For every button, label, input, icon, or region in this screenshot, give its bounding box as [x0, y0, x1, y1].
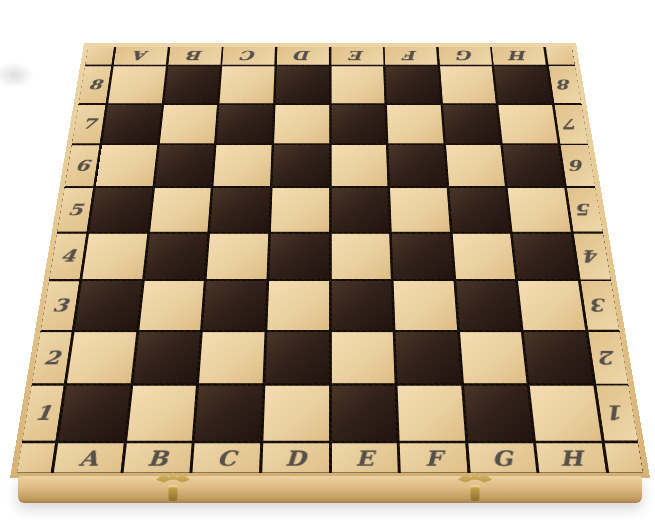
square-c6[interactable]: [214, 145, 272, 186]
file-label-bottom-e: E: [331, 443, 397, 472]
square-h4[interactable]: [513, 233, 578, 279]
square-f6[interactable]: [389, 145, 447, 186]
square-h5[interactable]: [508, 188, 571, 231]
file-label-bottom-h: H: [536, 443, 606, 472]
rank-label-right-6: 6: [560, 145, 595, 186]
square-e4[interactable]: [331, 233, 391, 279]
square-h1[interactable]: ♜: [530, 386, 601, 441]
board-front-edge: [18, 476, 642, 503]
square-e6[interactable]: [331, 145, 387, 186]
square-d4[interactable]: [269, 233, 329, 279]
square-f4[interactable]: [392, 233, 453, 279]
square-h7[interactable]: ♟: [499, 105, 558, 144]
file-label-bottom-c: C: [193, 443, 261, 472]
square-g6[interactable]: [446, 145, 505, 186]
square-f5[interactable]: [390, 188, 450, 231]
square-h6[interactable]: [503, 145, 564, 186]
background-smudge: [0, 62, 34, 88]
frame-corner-bottom-right: [605, 443, 643, 472]
file-label-bottom-d: D: [262, 443, 328, 472]
rank-label-right-5: 5: [567, 188, 603, 231]
chess-board: ABCDEFGH8♜♞♝♛♚♝♞♜87♟♟♟♟♟♟♟♟7665544332♟♟♟…: [10, 43, 650, 478]
square-a4[interactable]: [82, 233, 147, 279]
file-label-bottom-b: B: [123, 443, 192, 472]
frame-corner-top-right: [546, 47, 575, 65]
board-grid: ABCDEFGH8♜♞♝♛♚♝♞♜87♟♟♟♟♟♟♟♟7665544332♟♟♟…: [17, 47, 643, 473]
board-frame: ABCDEFGH8♜♞♝♛♚♝♞♜87♟♟♟♟♟♟♟♟7665544332♟♟♟…: [10, 43, 650, 478]
square-c5[interactable]: [210, 188, 270, 231]
square-g5[interactable]: [449, 188, 510, 231]
brass-clasp-left-hook: [168, 485, 178, 501]
square-b4[interactable]: [145, 233, 208, 279]
square-d5[interactable]: [271, 188, 329, 231]
rank-label-left-4: 4: [49, 233, 86, 279]
file-label-bottom-a: A: [54, 443, 124, 472]
rank-label-right-4: 4: [574, 233, 611, 279]
rank-label-right-2: 2: [588, 332, 628, 384]
rank-label-right-1: 1: [596, 386, 637, 441]
square-b6[interactable]: [155, 145, 214, 186]
frame-corner-bottom-left: [17, 443, 55, 472]
square-b5[interactable]: [150, 188, 211, 231]
square-c4[interactable]: [207, 233, 268, 279]
rank-label-left-5: 5: [57, 188, 93, 231]
square-e5[interactable]: [331, 188, 389, 231]
file-label-bottom-g: G: [468, 443, 537, 472]
square-a5[interactable]: [89, 188, 152, 231]
file-label-bottom-f: F: [400, 443, 468, 472]
rank-label-right-8: 8: [549, 66, 582, 103]
rank-label-right-7: 7: [554, 105, 588, 144]
brass-clasp-right-hook: [470, 485, 480, 501]
rank-label-right-3: 3: [581, 281, 620, 330]
rank-label-left-6: 6: [65, 145, 100, 186]
square-d6[interactable]: [272, 145, 328, 186]
square-a6[interactable]: [96, 145, 157, 186]
square-g4[interactable]: [452, 233, 515, 279]
chess-set-photo: ABCDEFGH8♜♞♝♛♚♝♞♜87♟♟♟♟♟♟♟♟7665544332♟♟♟…: [0, 0, 655, 520]
